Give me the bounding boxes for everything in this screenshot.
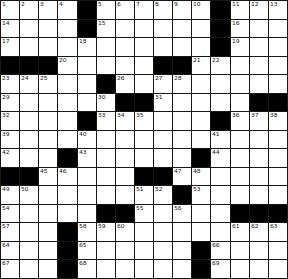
clue-number: 51: [136, 186, 144, 192]
cell[interactable]: [231, 242, 249, 260]
cell[interactable]: [97, 168, 115, 186]
cell[interactable]: [97, 57, 115, 75]
block-cell: [116, 94, 134, 112]
cell[interactable]: [192, 223, 210, 241]
clue-number: 16: [232, 20, 240, 26]
cell[interactable]: 32: [1, 112, 19, 130]
cell[interactable]: [58, 131, 76, 149]
cell[interactable]: [135, 131, 153, 149]
cell[interactable]: [192, 131, 210, 149]
cell[interactable]: 34: [116, 112, 134, 130]
clue-number: 33: [98, 112, 106, 118]
cell[interactable]: [173, 94, 191, 112]
block-cell: [58, 242, 76, 260]
cell[interactable]: [173, 38, 191, 56]
cell[interactable]: [58, 205, 76, 223]
clue-number: 6: [117, 1, 121, 7]
clue-number: 67: [2, 260, 10, 266]
clue-number: 34: [117, 112, 125, 118]
cell[interactable]: [58, 112, 76, 130]
clue-number: 37: [251, 112, 259, 118]
clue-number: 49: [2, 186, 10, 192]
cell[interactable]: [20, 20, 38, 38]
clue-number: 19: [232, 38, 240, 44]
cell[interactable]: [154, 38, 172, 56]
block-cell: [154, 57, 172, 75]
cell[interactable]: [250, 149, 268, 167]
cell[interactable]: [192, 38, 210, 56]
cell[interactable]: [154, 205, 172, 223]
cell[interactable]: [154, 149, 172, 167]
clue-number: 13: [270, 1, 278, 7]
cell[interactable]: [97, 149, 115, 167]
cell[interactable]: 61: [231, 223, 249, 241]
cell[interactable]: [39, 186, 57, 204]
cell[interactable]: 50: [20, 186, 38, 204]
cell[interactable]: 46: [58, 168, 76, 186]
cell[interactable]: [231, 149, 249, 167]
clue-number: 42: [2, 149, 10, 155]
cell[interactable]: 4: [58, 1, 76, 19]
clue-number: 22: [212, 57, 220, 63]
cell[interactable]: [39, 20, 57, 38]
block-cell: [58, 223, 76, 241]
block-cell: [1, 57, 19, 75]
clue-number: 54: [2, 205, 10, 211]
cell[interactable]: [20, 112, 38, 130]
block-cell: [192, 260, 210, 278]
cell[interactable]: [269, 38, 287, 56]
cell[interactable]: 21: [192, 57, 210, 75]
cell[interactable]: [135, 57, 153, 75]
cell[interactable]: [192, 20, 210, 38]
block-cell: [211, 38, 229, 56]
cell[interactable]: 11: [231, 1, 249, 19]
cell[interactable]: [192, 94, 210, 112]
clue-number: 52: [155, 186, 163, 192]
clue-number: 4: [59, 1, 63, 7]
cell[interactable]: [58, 20, 76, 38]
cell[interactable]: [154, 242, 172, 260]
cell[interactable]: 36: [231, 112, 249, 130]
cell[interactable]: 67: [1, 260, 19, 278]
cell[interactable]: [116, 57, 134, 75]
cell[interactable]: [250, 260, 268, 278]
clue-number: 57: [2, 223, 10, 229]
cell[interactable]: 20: [58, 57, 76, 75]
cell[interactable]: [116, 168, 134, 186]
clue-number: 46: [59, 168, 67, 174]
clue-number: 50: [21, 186, 29, 192]
cell[interactable]: 22: [211, 57, 229, 75]
clue-number: 64: [2, 242, 10, 248]
cell[interactable]: [269, 242, 287, 260]
block-cell: [78, 1, 96, 19]
cell[interactable]: [250, 168, 268, 186]
cell[interactable]: [20, 242, 38, 260]
clue-number: 2: [21, 1, 25, 7]
clue-number: 44: [212, 149, 220, 155]
cell[interactable]: [250, 20, 268, 38]
cell[interactable]: [250, 242, 268, 260]
cell[interactable]: [231, 75, 249, 93]
block-cell: [1, 168, 19, 186]
block-cell: [78, 112, 96, 130]
cell[interactable]: [250, 57, 268, 75]
cell[interactable]: [269, 75, 287, 93]
cell[interactable]: 69: [211, 260, 229, 278]
cell[interactable]: [154, 131, 172, 149]
cell[interactable]: [173, 223, 191, 241]
clue-number: 25: [40, 75, 48, 81]
cell[interactable]: [20, 223, 38, 241]
cell[interactable]: [269, 20, 287, 38]
cell[interactable]: [154, 20, 172, 38]
cell[interactable]: [116, 260, 134, 278]
clue-number: 26: [117, 75, 125, 81]
clue-number: 18: [79, 38, 87, 44]
cell[interactable]: 33: [97, 112, 115, 130]
cell[interactable]: [211, 223, 229, 241]
cell[interactable]: [97, 242, 115, 260]
cell[interactable]: 27: [154, 75, 172, 93]
cell[interactable]: [20, 205, 38, 223]
cell[interactable]: [97, 131, 115, 149]
cell[interactable]: 55: [135, 205, 153, 223]
cell[interactable]: [39, 94, 57, 112]
block-cell: [78, 20, 96, 38]
cell[interactable]: [154, 260, 172, 278]
cell[interactable]: [39, 149, 57, 167]
block-cell: [135, 168, 153, 186]
cell[interactable]: 43: [78, 149, 96, 167]
cell[interactable]: 14: [1, 20, 19, 38]
cell[interactable]: 13: [269, 1, 287, 19]
cell[interactable]: [78, 57, 96, 75]
clue-number: 41: [212, 131, 220, 137]
cell[interactable]: 63: [269, 223, 287, 241]
cell[interactable]: 54: [1, 205, 19, 223]
cell[interactable]: [78, 168, 96, 186]
clue-number: 3: [40, 1, 44, 7]
cell[interactable]: [39, 242, 57, 260]
cell[interactable]: [192, 112, 210, 130]
cell[interactable]: 25: [39, 75, 57, 93]
cell[interactable]: 60: [116, 223, 134, 241]
cell[interactable]: 23: [1, 75, 19, 93]
clue-number: 40: [79, 131, 87, 137]
cell[interactable]: 26: [116, 75, 134, 93]
clue-number: 30: [98, 94, 106, 100]
cell[interactable]: 47: [173, 168, 191, 186]
clue-number: 21: [193, 57, 201, 63]
cell[interactable]: [116, 242, 134, 260]
clue-number: 10: [193, 1, 201, 7]
block-cell: [97, 205, 115, 223]
cell[interactable]: [231, 131, 249, 149]
clue-number: 45: [40, 168, 48, 174]
cell[interactable]: 9: [173, 1, 191, 19]
cell[interactable]: 7: [135, 1, 153, 19]
clue-number: 63: [270, 223, 278, 229]
cell[interactable]: [116, 186, 134, 204]
cell[interactable]: [20, 260, 38, 278]
cell[interactable]: [39, 223, 57, 241]
clue-number: 61: [232, 223, 240, 229]
cell[interactable]: [135, 242, 153, 260]
cell[interactable]: [116, 149, 134, 167]
cell[interactable]: [135, 75, 153, 93]
clue-number: 11: [232, 1, 240, 7]
cell[interactable]: [269, 168, 287, 186]
cell[interactable]: 1: [1, 1, 19, 19]
clue-number: 55: [136, 205, 144, 211]
clue-number: 56: [174, 205, 182, 211]
block-cell: [192, 242, 210, 260]
cell[interactable]: 10: [192, 1, 210, 19]
block-cell: [211, 112, 229, 130]
cell[interactable]: 51: [135, 186, 153, 204]
clue-number: 14: [2, 20, 10, 26]
cell[interactable]: [231, 260, 249, 278]
block-cell: [20, 57, 38, 75]
cell[interactable]: 49: [1, 186, 19, 204]
cell[interactable]: [211, 168, 229, 186]
cell[interactable]: [192, 75, 210, 93]
block-cell: [97, 75, 115, 93]
clue-number: 12: [251, 1, 259, 7]
cell[interactable]: [20, 149, 38, 167]
cell[interactable]: [135, 223, 153, 241]
cell[interactable]: 17: [1, 38, 19, 56]
block-cell: [250, 205, 268, 223]
cell[interactable]: 38: [269, 112, 287, 130]
cell[interactable]: 66: [211, 242, 229, 260]
clue-number: 59: [98, 223, 106, 229]
clue-number: 53: [193, 186, 201, 192]
clue-number: 39: [2, 131, 10, 137]
clue-number: 69: [212, 260, 220, 266]
cell[interactable]: [211, 186, 229, 204]
clue-number: 27: [155, 75, 163, 81]
cell[interactable]: [211, 205, 229, 223]
cell[interactable]: 56: [173, 205, 191, 223]
cell[interactable]: [250, 131, 268, 149]
cell[interactable]: [39, 260, 57, 278]
clue-number: 35: [136, 112, 144, 118]
cell[interactable]: [269, 131, 287, 149]
cell[interactable]: 15: [97, 20, 115, 38]
cell[interactable]: [173, 149, 191, 167]
cell[interactable]: [58, 75, 76, 93]
clue-number: 23: [2, 75, 10, 81]
cell[interactable]: [211, 94, 229, 112]
clue-number: 5: [98, 1, 102, 7]
block-cell: [211, 20, 229, 38]
cell[interactable]: [135, 20, 153, 38]
cell[interactable]: [269, 57, 287, 75]
clue-number: 32: [2, 112, 10, 118]
cell[interactable]: [78, 186, 96, 204]
cell[interactable]: [116, 20, 134, 38]
clue-number: 65: [79, 242, 87, 248]
clue-number: 66: [212, 242, 220, 248]
cell[interactable]: 31: [154, 94, 172, 112]
cell[interactable]: [173, 112, 191, 130]
cell[interactable]: [250, 38, 268, 56]
cell[interactable]: 16: [231, 20, 249, 38]
clue-number: 36: [232, 112, 240, 118]
cell[interactable]: [20, 94, 38, 112]
cell[interactable]: [58, 186, 76, 204]
cell[interactable]: 58: [78, 223, 96, 241]
cell[interactable]: [269, 186, 287, 204]
cell[interactable]: 12: [250, 1, 268, 19]
cell[interactable]: [154, 112, 172, 130]
cell[interactable]: [135, 260, 153, 278]
clue-number: 62: [251, 223, 259, 229]
block-cell: [173, 186, 191, 204]
cell[interactable]: 24: [20, 75, 38, 93]
cell[interactable]: 18: [78, 38, 96, 56]
clue-number: 29: [2, 94, 10, 100]
clue-number: 60: [117, 223, 125, 229]
cell[interactable]: 39: [1, 131, 19, 149]
cell[interactable]: 65: [78, 242, 96, 260]
cell[interactable]: 37: [250, 112, 268, 130]
cell[interactable]: 29: [1, 94, 19, 112]
cell[interactable]: [20, 131, 38, 149]
block-cell: [211, 1, 229, 19]
cell[interactable]: 42: [1, 149, 19, 167]
cell[interactable]: 57: [1, 223, 19, 241]
clue-number: 28: [174, 75, 182, 81]
clue-number: 47: [174, 168, 182, 174]
clue-number: 38: [270, 112, 278, 118]
cell[interactable]: [58, 94, 76, 112]
cell[interactable]: [39, 205, 57, 223]
clue-number: 58: [79, 223, 87, 229]
cell[interactable]: 5: [97, 1, 115, 19]
clue-number: 43: [79, 149, 87, 155]
block-cell: [173, 57, 191, 75]
block-cell: [269, 205, 287, 223]
cell[interactable]: [58, 38, 76, 56]
cell[interactable]: [250, 75, 268, 93]
clue-number: 8: [155, 1, 159, 7]
crossword-grid: 1234567891011121314151617181920212223242…: [0, 0, 288, 279]
clue-number: 20: [59, 57, 67, 63]
cell[interactable]: [173, 131, 191, 149]
cell[interactable]: 19: [231, 38, 249, 56]
cell[interactable]: [173, 242, 191, 260]
block-cell: [269, 94, 287, 112]
cell[interactable]: [78, 94, 96, 112]
cell[interactable]: 44: [211, 149, 229, 167]
cell[interactable]: [231, 168, 249, 186]
cell[interactable]: [97, 186, 115, 204]
cell[interactable]: [116, 131, 134, 149]
clue-number: 1: [2, 1, 6, 7]
cell[interactable]: 6: [116, 1, 134, 19]
cell[interactable]: [78, 75, 96, 93]
clue-number: 17: [2, 38, 10, 44]
cell[interactable]: 62: [250, 223, 268, 241]
cell[interactable]: [116, 38, 134, 56]
clue-number: 24: [21, 75, 29, 81]
block-cell: [154, 168, 172, 186]
cell[interactable]: 53: [192, 186, 210, 204]
cell[interactable]: [78, 205, 96, 223]
cell[interactable]: [173, 260, 191, 278]
clue-number: 15: [98, 20, 106, 26]
cell[interactable]: [97, 260, 115, 278]
clue-number: 31: [155, 94, 163, 100]
cell[interactable]: 64: [1, 242, 19, 260]
block-cell: [135, 94, 153, 112]
cell[interactable]: 68: [78, 260, 96, 278]
cell[interactable]: [39, 131, 57, 149]
cell[interactable]: 8: [154, 1, 172, 19]
cell[interactable]: [231, 57, 249, 75]
cell[interactable]: [211, 75, 229, 93]
cell[interactable]: [192, 205, 210, 223]
cell[interactable]: [250, 186, 268, 204]
cell[interactable]: [231, 94, 249, 112]
block-cell: [39, 57, 57, 75]
cell[interactable]: 45: [39, 168, 57, 186]
cell[interactable]: [231, 186, 249, 204]
cell[interactable]: [39, 38, 57, 56]
cell[interactable]: [39, 112, 57, 130]
cell[interactable]: [173, 20, 191, 38]
cell[interactable]: [97, 38, 115, 56]
cell[interactable]: 35: [135, 112, 153, 130]
cell[interactable]: 3: [39, 1, 57, 19]
cell[interactable]: [154, 223, 172, 241]
cell[interactable]: 41: [211, 131, 229, 149]
clue-number: 68: [79, 260, 87, 266]
clue-number: 7: [136, 1, 140, 7]
block-cell: [20, 168, 38, 186]
block-cell: [231, 205, 249, 223]
cell[interactable]: 2: [20, 1, 38, 19]
clue-number: 48: [193, 168, 201, 174]
block-cell: [192, 149, 210, 167]
cell[interactable]: [269, 260, 287, 278]
cell[interactable]: 59: [97, 223, 115, 241]
cell[interactable]: 48: [192, 168, 210, 186]
cell[interactable]: [269, 149, 287, 167]
cell[interactable]: [135, 38, 153, 56]
block-cell: [58, 260, 76, 278]
cell[interactable]: 52: [154, 186, 172, 204]
cell[interactable]: 28: [173, 75, 191, 93]
clue-number: 9: [174, 1, 178, 7]
cell[interactable]: [135, 149, 153, 167]
cell[interactable]: 40: [78, 131, 96, 149]
cell[interactable]: 30: [97, 94, 115, 112]
block-cell: [116, 205, 134, 223]
block-cell: [58, 149, 76, 167]
block-cell: [250, 94, 268, 112]
cell[interactable]: [20, 38, 38, 56]
